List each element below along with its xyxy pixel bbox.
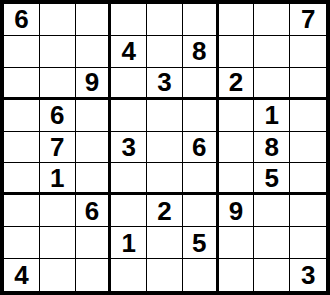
cell-r6c3[interactable] [76,163,112,195]
given-digit: 5 [265,165,279,191]
cell-r3c7[interactable]: 2 [219,68,255,100]
cell-r3c5[interactable]: 3 [147,68,183,100]
cell-r3c1[interactable] [4,68,40,100]
cell-r3c8[interactable] [254,68,290,100]
given-digit: 8 [192,38,206,64]
cell-r2c5[interactable] [147,36,183,68]
cell-r9c6[interactable] [183,259,219,291]
cell-r1c3[interactable] [76,4,112,36]
cell-r1c5[interactable] [147,4,183,36]
cell-r5c4[interactable]: 3 [111,132,147,164]
cell-r8c8[interactable] [254,227,290,259]
cell-r4c3[interactable] [76,100,112,132]
cell-r6c1[interactable] [4,163,40,195]
cell-r2c1[interactable] [4,36,40,68]
cell-r8c3[interactable] [76,227,112,259]
cell-r8c7[interactable] [219,227,255,259]
cell-r2c2[interactable] [40,36,76,68]
cell-r7c9[interactable] [290,195,326,227]
cell-r1c1[interactable]: 6 [4,4,40,36]
cell-r8c1[interactable] [4,227,40,259]
cell-r4c4[interactable] [111,100,147,132]
given-digit: 6 [14,6,28,32]
cell-r6c9[interactable] [290,163,326,195]
given-digit: 6 [192,134,206,160]
sudoku-board: 6748932617368156291543 [0,0,330,295]
cell-r2c3[interactable] [76,36,112,68]
cell-r9c9[interactable]: 3 [290,259,326,291]
given-digit: 8 [265,134,279,160]
cell-r9c8[interactable] [254,259,290,291]
given-digit: 4 [121,38,135,64]
cell-r6c5[interactable] [147,163,183,195]
cell-r1c7[interactable] [219,4,255,36]
cell-r4c8[interactable]: 1 [254,100,290,132]
cell-r9c3[interactable] [76,259,112,291]
cell-r7c2[interactable] [40,195,76,227]
cell-r9c7[interactable] [219,259,255,291]
cell-r6c7[interactable] [219,163,255,195]
cell-r3c9[interactable] [290,68,326,100]
cell-r4c2[interactable]: 6 [40,100,76,132]
given-digit: 1 [121,230,135,256]
given-digit: 3 [121,134,135,160]
cell-r4c7[interactable] [219,100,255,132]
cell-r2c7[interactable] [219,36,255,68]
given-digit: 1 [50,165,64,191]
given-digit: 7 [50,134,64,160]
given-digit: 9 [229,198,243,224]
cell-r2c4[interactable]: 4 [111,36,147,68]
cell-r4c1[interactable] [4,100,40,132]
cell-r4c9[interactable] [290,100,326,132]
given-digit: 2 [157,198,171,224]
cell-r2c9[interactable] [290,36,326,68]
cell-r7c4[interactable] [111,195,147,227]
given-digit: 5 [192,230,206,256]
given-digit: 9 [85,69,99,95]
cell-r8c6[interactable]: 5 [183,227,219,259]
cell-r2c8[interactable] [254,36,290,68]
cell-r6c8[interactable]: 5 [254,163,290,195]
cell-r3c4[interactable] [111,68,147,100]
cell-r6c2[interactable]: 1 [40,163,76,195]
cell-r5c6[interactable]: 6 [183,132,219,164]
given-digit: 4 [14,262,28,288]
cell-r3c3[interactable]: 9 [76,68,112,100]
cell-r1c2[interactable] [40,4,76,36]
cell-r1c4[interactable] [111,4,147,36]
cell-r8c5[interactable] [147,227,183,259]
cell-r1c8[interactable] [254,4,290,36]
cell-r6c6[interactable] [183,163,219,195]
cell-r4c5[interactable] [147,100,183,132]
cell-r3c2[interactable] [40,68,76,100]
given-digit: 7 [301,6,315,32]
given-digit: 6 [85,198,99,224]
cell-r1c9[interactable]: 7 [290,4,326,36]
cell-r5c7[interactable] [219,132,255,164]
cell-r8c2[interactable] [40,227,76,259]
cell-r5c8[interactable]: 8 [254,132,290,164]
given-digit: 1 [265,102,279,128]
cell-r8c9[interactable] [290,227,326,259]
cell-r3c6[interactable] [183,68,219,100]
given-digit: 2 [229,69,243,95]
cell-r5c2[interactable]: 7 [40,132,76,164]
cell-r9c1[interactable]: 4 [4,259,40,291]
cell-r5c1[interactable] [4,132,40,164]
cell-r5c3[interactable] [76,132,112,164]
cell-r9c5[interactable] [147,259,183,291]
cell-r8c4[interactable]: 1 [111,227,147,259]
cell-r9c2[interactable] [40,259,76,291]
given-digit: 3 [157,69,171,95]
cell-r7c7[interactable]: 9 [219,195,255,227]
cell-r7c8[interactable] [254,195,290,227]
cell-r7c1[interactable] [4,195,40,227]
cell-r2c6[interactable]: 8 [183,36,219,68]
cell-r7c3[interactable]: 6 [76,195,112,227]
cell-r5c5[interactable] [147,132,183,164]
cell-r9c4[interactable] [111,259,147,291]
cell-r7c5[interactable]: 2 [147,195,183,227]
given-digit: 3 [301,262,315,288]
cell-r4c6[interactable] [183,100,219,132]
cell-r1c6[interactable] [183,4,219,36]
cell-r6c4[interactable] [111,163,147,195]
cell-r5c9[interactable] [290,132,326,164]
cell-r7c6[interactable] [183,195,219,227]
given-digit: 6 [50,102,64,128]
